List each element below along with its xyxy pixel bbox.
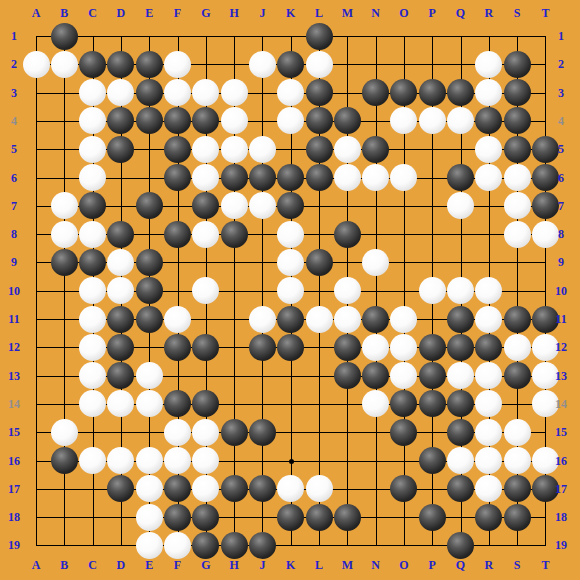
white-stone-R2 (475, 51, 502, 78)
row-label-left-16: 16 (0, 454, 28, 468)
row-label-right-16: 16 (547, 454, 575, 468)
white-stone-S7 (504, 192, 531, 219)
row-label-right-2: 2 (547, 57, 575, 71)
black-stone-B1 (51, 23, 78, 50)
black-stone-Q11 (447, 306, 474, 333)
col-label-bottom-E: E (139, 558, 159, 572)
row-label-right-7: 7 (547, 199, 575, 213)
white-stone-P4 (419, 107, 446, 134)
white-stone-D3 (107, 79, 134, 106)
black-stone-O3 (390, 79, 417, 106)
black-stone-B16 (51, 447, 78, 474)
row-label-right-3: 3 (547, 86, 575, 100)
white-stone-F3 (164, 79, 191, 106)
white-stone-R16 (475, 447, 502, 474)
black-stone-N11 (362, 306, 389, 333)
black-stone-D17 (107, 475, 134, 502)
white-stone-N14 (362, 390, 389, 417)
black-stone-Q3 (447, 79, 474, 106)
black-stone-Q17 (447, 475, 474, 502)
black-stone-M4 (334, 107, 361, 134)
row-label-right-9: 9 (547, 255, 575, 269)
white-stone-K10 (277, 277, 304, 304)
black-stone-J12 (249, 334, 276, 361)
white-stone-E16 (136, 447, 163, 474)
black-stone-E10 (136, 277, 163, 304)
white-stone-G3 (192, 79, 219, 106)
white-stone-S12 (504, 334, 531, 361)
white-stone-R3 (475, 79, 502, 106)
white-stone-K9 (277, 249, 304, 276)
col-label-top-E: E (139, 6, 159, 20)
white-stone-M11 (334, 306, 361, 333)
white-stone-J11 (249, 306, 276, 333)
white-stone-J2 (249, 51, 276, 78)
black-stone-L9 (306, 249, 333, 276)
black-stone-G14 (192, 390, 219, 417)
black-stone-B9 (51, 249, 78, 276)
white-stone-H4 (221, 107, 248, 134)
white-stone-E19 (136, 532, 163, 559)
black-stone-L4 (306, 107, 333, 134)
black-stone-D13 (107, 362, 134, 389)
black-stone-S3 (504, 79, 531, 106)
col-label-bottom-N: N (366, 558, 386, 572)
white-stone-C16 (79, 447, 106, 474)
black-stone-E9 (136, 249, 163, 276)
col-label-bottom-C: C (83, 558, 103, 572)
white-stone-C8 (79, 221, 106, 248)
col-label-top-N: N (366, 6, 386, 20)
col-label-bottom-P: P (422, 558, 442, 572)
col-label-top-A: A (26, 6, 46, 20)
black-stone-L6 (306, 164, 333, 191)
white-stone-D16 (107, 447, 134, 474)
black-stone-O15 (390, 419, 417, 446)
black-stone-N3 (362, 79, 389, 106)
col-label-bottom-Q: Q (451, 558, 471, 572)
white-stone-S8 (504, 221, 531, 248)
col-label-top-K: K (281, 6, 301, 20)
white-stone-M10 (334, 277, 361, 304)
col-label-top-F: F (168, 6, 188, 20)
row-label-left-15: 15 (0, 425, 28, 439)
col-label-bottom-R: R (479, 558, 499, 572)
white-stone-C4 (79, 107, 106, 134)
white-stone-G10 (192, 277, 219, 304)
black-stone-Q15 (447, 419, 474, 446)
black-stone-C7 (79, 192, 106, 219)
white-stone-F19 (164, 532, 191, 559)
black-stone-D2 (107, 51, 134, 78)
black-stone-L1 (306, 23, 333, 50)
white-stone-Q16 (447, 447, 474, 474)
white-stone-Q10 (447, 277, 474, 304)
white-stone-R11 (475, 306, 502, 333)
black-stone-F4 (164, 107, 191, 134)
black-stone-F18 (164, 504, 191, 531)
row-label-right-14: 14 (547, 397, 575, 411)
row-label-right-4: 4 (547, 114, 575, 128)
col-label-top-O: O (394, 6, 414, 20)
row-label-left-7: 7 (0, 199, 28, 213)
white-stone-G16 (192, 447, 219, 474)
black-stone-H15 (221, 419, 248, 446)
white-stone-S15 (504, 419, 531, 446)
black-stone-S17 (504, 475, 531, 502)
white-stone-B15 (51, 419, 78, 446)
row-label-right-13: 13 (547, 369, 575, 383)
white-stone-F16 (164, 447, 191, 474)
white-stone-G15 (192, 419, 219, 446)
black-stone-F6 (164, 164, 191, 191)
white-stone-L2 (306, 51, 333, 78)
black-stone-O14 (390, 390, 417, 417)
black-stone-S18 (504, 504, 531, 531)
black-stone-P12 (419, 334, 446, 361)
black-stone-Q6 (447, 164, 474, 191)
black-stone-D11 (107, 306, 134, 333)
col-label-top-H: H (224, 6, 244, 20)
black-stone-Q14 (447, 390, 474, 417)
col-label-top-J: J (252, 6, 272, 20)
black-stone-S5 (504, 136, 531, 163)
white-stone-S6 (504, 164, 531, 191)
white-stone-C12 (79, 334, 106, 361)
white-stone-C10 (79, 277, 106, 304)
white-stone-O11 (390, 306, 417, 333)
white-stone-K8 (277, 221, 304, 248)
black-stone-S4 (504, 107, 531, 134)
white-stone-L17 (306, 475, 333, 502)
white-stone-E17 (136, 475, 163, 502)
row-label-left-6: 6 (0, 171, 28, 185)
white-stone-R6 (475, 164, 502, 191)
white-stone-R15 (475, 419, 502, 446)
white-stone-R10 (475, 277, 502, 304)
row-label-right-11: 11 (547, 312, 575, 326)
white-stone-C5 (79, 136, 106, 163)
white-stone-D14 (107, 390, 134, 417)
black-stone-K11 (277, 306, 304, 333)
black-stone-H6 (221, 164, 248, 191)
row-label-right-1: 1 (547, 29, 575, 43)
black-stone-F12 (164, 334, 191, 361)
black-stone-K6 (277, 164, 304, 191)
row-label-left-2: 2 (0, 57, 28, 71)
black-stone-O17 (390, 475, 417, 502)
black-stone-L3 (306, 79, 333, 106)
row-label-right-8: 8 (547, 227, 575, 241)
white-stone-O6 (390, 164, 417, 191)
row-label-left-10: 10 (0, 284, 28, 298)
black-stone-H8 (221, 221, 248, 248)
black-stone-E7 (136, 192, 163, 219)
row-label-right-10: 10 (547, 284, 575, 298)
row-label-left-1: 1 (0, 29, 28, 43)
black-stone-R18 (475, 504, 502, 531)
white-stone-K4 (277, 107, 304, 134)
white-stone-R5 (475, 136, 502, 163)
black-stone-S11 (504, 306, 531, 333)
row-label-left-18: 18 (0, 510, 28, 524)
row-label-left-3: 3 (0, 86, 28, 100)
col-label-top-G: G (196, 6, 216, 20)
go-board[interactable]: ABCDEFGHJKLMNOPQRST ABCDEFGHJKLMNOPQRST … (0, 0, 580, 580)
col-label-bottom-B: B (54, 558, 74, 572)
black-stone-K18 (277, 504, 304, 531)
col-label-top-S: S (507, 6, 527, 20)
white-stone-R14 (475, 390, 502, 417)
row-label-right-17: 17 (547, 482, 575, 496)
white-stone-J5 (249, 136, 276, 163)
black-stone-F5 (164, 136, 191, 163)
white-stone-K3 (277, 79, 304, 106)
col-label-bottom-M: M (337, 558, 357, 572)
white-stone-O4 (390, 107, 417, 134)
col-label-bottom-G: G (196, 558, 216, 572)
row-label-left-11: 11 (0, 312, 28, 326)
row-label-right-6: 6 (547, 171, 575, 185)
white-stone-Q13 (447, 362, 474, 389)
row-label-left-4: 4 (0, 114, 28, 128)
black-stone-S13 (504, 362, 531, 389)
row-label-left-19: 19 (0, 538, 28, 552)
black-stone-G7 (192, 192, 219, 219)
row-label-right-12: 12 (547, 340, 575, 354)
col-label-bottom-O: O (394, 558, 414, 572)
black-stone-D8 (107, 221, 134, 248)
white-stone-N6 (362, 164, 389, 191)
white-stone-J7 (249, 192, 276, 219)
black-stone-P13 (419, 362, 446, 389)
black-stone-K12 (277, 334, 304, 361)
white-stone-N12 (362, 334, 389, 361)
black-stone-J17 (249, 475, 276, 502)
black-stone-N5 (362, 136, 389, 163)
black-stone-H19 (221, 532, 248, 559)
black-stone-F14 (164, 390, 191, 417)
white-stone-B2 (51, 51, 78, 78)
black-stone-Q19 (447, 532, 474, 559)
white-stone-P10 (419, 277, 446, 304)
black-stone-D4 (107, 107, 134, 134)
white-stone-D10 (107, 277, 134, 304)
col-label-top-M: M (337, 6, 357, 20)
grid-line (376, 36, 377, 545)
col-label-bottom-J: J (252, 558, 272, 572)
white-stone-H5 (221, 136, 248, 163)
white-stone-G17 (192, 475, 219, 502)
black-stone-G18 (192, 504, 219, 531)
black-stone-L18 (306, 504, 333, 531)
black-stone-G4 (192, 107, 219, 134)
black-stone-P14 (419, 390, 446, 417)
white-stone-K17 (277, 475, 304, 502)
row-label-left-17: 17 (0, 482, 28, 496)
row-label-right-18: 18 (547, 510, 575, 524)
white-stone-B8 (51, 221, 78, 248)
row-label-left-5: 5 (0, 142, 28, 156)
col-label-top-P: P (422, 6, 442, 20)
white-stone-M6 (334, 164, 361, 191)
white-stone-C11 (79, 306, 106, 333)
col-label-bottom-T: T (535, 558, 555, 572)
white-stone-E13 (136, 362, 163, 389)
col-label-top-R: R (479, 6, 499, 20)
col-label-top-C: C (83, 6, 103, 20)
white-stone-C14 (79, 390, 106, 417)
black-stone-P16 (419, 447, 446, 474)
black-stone-J15 (249, 419, 276, 446)
black-stone-R4 (475, 107, 502, 134)
black-stone-J6 (249, 164, 276, 191)
row-label-left-13: 13 (0, 369, 28, 383)
white-stone-F11 (164, 306, 191, 333)
row-label-right-19: 19 (547, 538, 575, 552)
white-stone-S16 (504, 447, 531, 474)
white-stone-R13 (475, 362, 502, 389)
black-stone-M18 (334, 504, 361, 531)
black-stone-P3 (419, 79, 446, 106)
black-stone-J19 (249, 532, 276, 559)
white-stone-F15 (164, 419, 191, 446)
black-stone-F8 (164, 221, 191, 248)
row-label-left-14: 14 (0, 397, 28, 411)
white-stone-F2 (164, 51, 191, 78)
white-stone-O12 (390, 334, 417, 361)
white-stone-G8 (192, 221, 219, 248)
white-stone-C13 (79, 362, 106, 389)
white-stone-C3 (79, 79, 106, 106)
col-label-top-B: B (54, 6, 74, 20)
col-label-bottom-K: K (281, 558, 301, 572)
black-stone-F17 (164, 475, 191, 502)
col-label-top-D: D (111, 6, 131, 20)
black-stone-D12 (107, 334, 134, 361)
black-stone-L5 (306, 136, 333, 163)
white-stone-D9 (107, 249, 134, 276)
row-label-left-8: 8 (0, 227, 28, 241)
white-stone-O13 (390, 362, 417, 389)
white-stone-Q4 (447, 107, 474, 134)
black-stone-G12 (192, 334, 219, 361)
black-stone-P18 (419, 504, 446, 531)
row-label-left-9: 9 (0, 255, 28, 269)
black-stone-M12 (334, 334, 361, 361)
white-stone-G5 (192, 136, 219, 163)
row-label-left-12: 12 (0, 340, 28, 354)
black-stone-M8 (334, 221, 361, 248)
white-stone-E18 (136, 504, 163, 531)
white-stone-N9 (362, 249, 389, 276)
row-label-right-15: 15 (547, 425, 575, 439)
col-label-top-L: L (309, 6, 329, 20)
row-label-right-5: 5 (547, 142, 575, 156)
black-stone-E11 (136, 306, 163, 333)
col-label-bottom-D: D (111, 558, 131, 572)
col-label-top-T: T (535, 6, 555, 20)
col-label-top-Q: Q (451, 6, 471, 20)
white-stone-H3 (221, 79, 248, 106)
col-label-bottom-S: S (507, 558, 527, 572)
black-stone-E3 (136, 79, 163, 106)
white-stone-H7 (221, 192, 248, 219)
black-stone-E2 (136, 51, 163, 78)
black-stone-K7 (277, 192, 304, 219)
black-stone-R12 (475, 334, 502, 361)
black-stone-Q12 (447, 334, 474, 361)
black-stone-K2 (277, 51, 304, 78)
white-stone-Q7 (447, 192, 474, 219)
white-stone-G6 (192, 164, 219, 191)
white-stone-M5 (334, 136, 361, 163)
star-point-K16 (289, 459, 294, 464)
white-stone-B7 (51, 192, 78, 219)
black-stone-M13 (334, 362, 361, 389)
col-label-bottom-L: L (309, 558, 329, 572)
white-stone-L11 (306, 306, 333, 333)
black-stone-C9 (79, 249, 106, 276)
black-stone-N13 (362, 362, 389, 389)
white-stone-R17 (475, 475, 502, 502)
col-label-bottom-A: A (26, 558, 46, 572)
white-stone-E14 (136, 390, 163, 417)
black-stone-H17 (221, 475, 248, 502)
col-label-bottom-F: F (168, 558, 188, 572)
col-label-bottom-H: H (224, 558, 244, 572)
black-stone-D5 (107, 136, 134, 163)
black-stone-S2 (504, 51, 531, 78)
black-stone-G19 (192, 532, 219, 559)
white-stone-C6 (79, 164, 106, 191)
black-stone-C2 (79, 51, 106, 78)
black-stone-E4 (136, 107, 163, 134)
